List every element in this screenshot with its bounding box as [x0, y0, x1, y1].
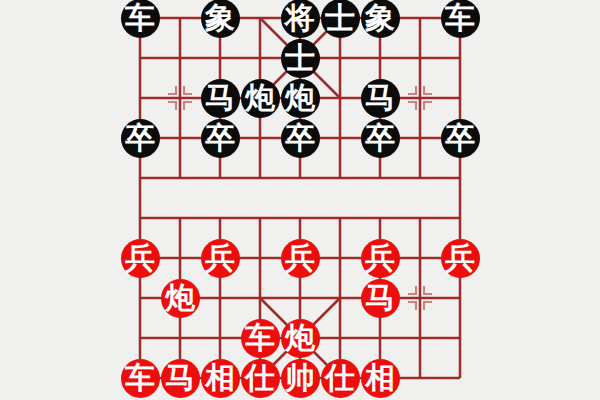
- red-soldier[interactable]: 兵: [281, 239, 320, 278]
- red-elephant[interactable]: 相: [361, 359, 400, 398]
- app-background: 车象将士象车士马炮炮马卒卒卒卒卒兵兵兵兵兵炮马车炮车马相仕帅仕相: [0, 0, 600, 400]
- red-cannon[interactable]: 炮: [161, 279, 200, 318]
- red-horse[interactable]: 马: [361, 279, 400, 318]
- black-chariot[interactable]: 车: [121, 0, 160, 38]
- black-horse[interactable]: 马: [361, 79, 400, 118]
- black-horse[interactable]: 马: [201, 79, 240, 118]
- black-general[interactable]: 将: [281, 0, 320, 38]
- black-advisor[interactable]: 士: [281, 39, 320, 78]
- black-elephant[interactable]: 象: [201, 0, 240, 38]
- black-soldier[interactable]: 卒: [201, 119, 240, 158]
- red-soldier[interactable]: 兵: [121, 239, 160, 278]
- red-horse[interactable]: 马: [161, 359, 200, 398]
- red-chariot[interactable]: 车: [241, 319, 280, 358]
- red-chariot[interactable]: 车: [121, 359, 160, 398]
- black-soldier[interactable]: 卒: [281, 119, 320, 158]
- black-elephant[interactable]: 象: [361, 0, 400, 38]
- black-soldier[interactable]: 卒: [121, 119, 160, 158]
- pieces-layer: 车象将士象车士马炮炮马卒卒卒卒卒兵兵兵兵兵炮马车炮车马相仕帅仕相: [120, 0, 480, 398]
- black-advisor[interactable]: 士: [321, 0, 360, 38]
- red-soldier[interactable]: 兵: [201, 239, 240, 278]
- xiangqi-board[interactable]: 车象将士象车士马炮炮马卒卒卒卒卒兵兵兵兵兵炮马车炮车马相仕帅仕相: [0, 0, 600, 400]
- red-soldier[interactable]: 兵: [441, 239, 480, 278]
- red-advisor[interactable]: 仕: [241, 359, 280, 398]
- red-cannon[interactable]: 炮: [281, 319, 320, 358]
- red-soldier[interactable]: 兵: [361, 239, 400, 278]
- black-soldier[interactable]: 卒: [441, 119, 480, 158]
- black-soldier[interactable]: 卒: [361, 119, 400, 158]
- red-elephant[interactable]: 相: [201, 359, 240, 398]
- red-general[interactable]: 帅: [281, 359, 320, 398]
- black-cannon[interactable]: 炮: [281, 79, 320, 118]
- red-advisor[interactable]: 仕: [321, 359, 360, 398]
- black-cannon[interactable]: 炮: [241, 79, 280, 118]
- black-chariot[interactable]: 车: [441, 0, 480, 38]
